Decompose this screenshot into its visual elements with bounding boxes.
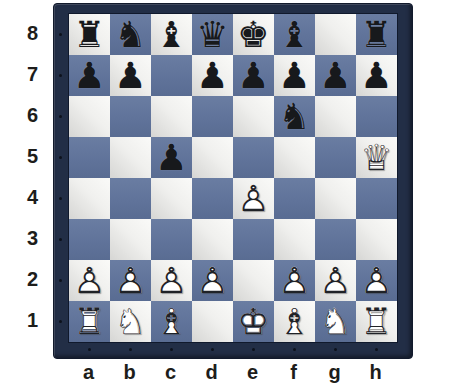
rank-label-6: 6: [0, 95, 44, 136]
square-g7[interactable]: ♟: [315, 55, 356, 96]
square-f5[interactable]: [274, 137, 315, 178]
square-c8[interactable]: ♝: [151, 14, 192, 55]
square-d8[interactable]: ♛: [192, 14, 233, 55]
frame-dot: [252, 348, 255, 351]
square-g1[interactable]: ♞♘: [315, 301, 356, 342]
square-c4[interactable]: [151, 178, 192, 219]
black-bishop-c8: ♝: [151, 14, 192, 55]
square-f6[interactable]: ♞: [274, 96, 315, 137]
square-h8[interactable]: ♜: [356, 14, 397, 55]
black-knight-b8: ♞: [110, 14, 151, 55]
black-rook-a8: ♜: [69, 14, 110, 55]
square-b5[interactable]: [110, 137, 151, 178]
white-pawn-e4: ♟♙: [233, 178, 274, 219]
black-pawn-g7: ♟: [315, 55, 356, 96]
black-queen-d8: ♛: [192, 14, 233, 55]
white-bishop-f1: ♝♗: [274, 301, 315, 342]
rank-label-2: 2: [0, 259, 44, 300]
square-a8[interactable]: ♜: [69, 14, 110, 55]
square-b7[interactable]: ♟: [110, 55, 151, 96]
black-rook-h8: ♜: [356, 14, 397, 55]
white-pawn-b2: ♟♙: [110, 260, 151, 301]
frame-dot: [59, 115, 62, 118]
chess-diagram: 87654321 ♜♞♝♛♚♝♜♟♟♟♟♟♟♟♞♟♛♕♟♙♟♙♟♙♟♙♟♙♟♙♟…: [0, 0, 460, 390]
rank-label-7: 7: [0, 54, 44, 95]
rank-label-8: 8: [0, 13, 44, 54]
square-g4[interactable]: [315, 178, 356, 219]
square-e7[interactable]: ♟: [233, 55, 274, 96]
black-pawn-h7: ♟: [356, 55, 397, 96]
square-e3[interactable]: [233, 219, 274, 260]
file-label-h: h: [355, 357, 396, 387]
chess-board: ♜♞♝♛♚♝♜♟♟♟♟♟♟♟♞♟♛♕♟♙♟♙♟♙♟♙♟♙♟♙♟♙♟♙♜♖♞♘♝♗…: [68, 13, 398, 343]
square-f2[interactable]: ♟♙: [274, 260, 315, 301]
square-d2[interactable]: ♟♙: [192, 260, 233, 301]
square-c7[interactable]: [151, 55, 192, 96]
square-d6[interactable]: [192, 96, 233, 137]
file-labels: abcdefgh: [68, 357, 396, 387]
black-bishop-f8: ♝: [274, 14, 315, 55]
white-rook-h1: ♜♖: [356, 301, 397, 342]
square-a5[interactable]: [69, 137, 110, 178]
square-c5[interactable]: ♟: [151, 137, 192, 178]
square-f8[interactable]: ♝: [274, 14, 315, 55]
square-a7[interactable]: ♟: [69, 55, 110, 96]
black-pawn-f7: ♟: [274, 55, 315, 96]
board-frame: ♜♞♝♛♚♝♜♟♟♟♟♟♟♟♞♟♛♕♟♙♟♙♟♙♟♙♟♙♟♙♟♙♟♙♜♖♞♘♝♗…: [53, 3, 413, 359]
square-a6[interactable]: [69, 96, 110, 137]
white-knight-b1: ♞♘: [110, 301, 151, 342]
frame-dot: [375, 348, 378, 351]
square-e8[interactable]: ♚: [233, 14, 274, 55]
square-a1[interactable]: ♜♖: [69, 301, 110, 342]
frame-dot: [59, 320, 62, 323]
white-bishop-c1: ♝♗: [151, 301, 192, 342]
file-label-d: d: [191, 357, 232, 387]
square-d5[interactable]: [192, 137, 233, 178]
square-d7[interactable]: ♟: [192, 55, 233, 96]
rank-label-5: 5: [0, 136, 44, 177]
file-label-b: b: [109, 357, 150, 387]
square-a2[interactable]: ♟♙: [69, 260, 110, 301]
white-pawn-a2: ♟♙: [69, 260, 110, 301]
square-b2[interactable]: ♟♙: [110, 260, 151, 301]
black-pawn-e7: ♟: [233, 55, 274, 96]
file-label-a: a: [68, 357, 109, 387]
square-c2[interactable]: ♟♙: [151, 260, 192, 301]
square-a3[interactable]: [69, 219, 110, 260]
square-h5[interactable]: ♛♕: [356, 137, 397, 178]
square-e6[interactable]: [233, 96, 274, 137]
square-f1[interactable]: ♝♗: [274, 301, 315, 342]
frame-dot: [59, 238, 62, 241]
square-g8[interactable]: [315, 14, 356, 55]
square-e2[interactable]: [233, 260, 274, 301]
white-pawn-f2: ♟♙: [274, 260, 315, 301]
square-e4[interactable]: ♟♙: [233, 178, 274, 219]
frame-dot: [293, 348, 296, 351]
black-king-e8: ♚: [233, 14, 274, 55]
white-rook-a1: ♜♖: [69, 301, 110, 342]
square-c6[interactable]: [151, 96, 192, 137]
square-b1[interactable]: ♞♘: [110, 301, 151, 342]
white-king-e1: ♚♔: [233, 301, 274, 342]
square-f7[interactable]: ♟: [274, 55, 315, 96]
square-e5[interactable]: [233, 137, 274, 178]
square-h7[interactable]: ♟: [356, 55, 397, 96]
white-pawn-h2: ♟♙: [356, 260, 397, 301]
black-pawn-d7: ♟: [192, 55, 233, 96]
rank-label-3: 3: [0, 218, 44, 259]
square-d3[interactable]: [192, 219, 233, 260]
square-b6[interactable]: [110, 96, 151, 137]
square-b8[interactable]: ♞: [110, 14, 151, 55]
square-a4[interactable]: [69, 178, 110, 219]
square-b4[interactable]: [110, 178, 151, 219]
rank-label-4: 4: [0, 177, 44, 218]
frame-dot: [88, 348, 91, 351]
square-h6[interactable]: [356, 96, 397, 137]
square-g2[interactable]: ♟♙: [315, 260, 356, 301]
white-pawn-g2: ♟♙: [315, 260, 356, 301]
rank-labels: 87654321: [0, 13, 44, 341]
frame-dot: [211, 348, 214, 351]
frame-dot: [59, 74, 62, 77]
frame-dot: [59, 197, 62, 200]
black-pawn-a7: ♟: [69, 55, 110, 96]
square-f4[interactable]: [274, 178, 315, 219]
square-h4[interactable]: [356, 178, 397, 219]
square-c1[interactable]: ♝♗: [151, 301, 192, 342]
frame-dot: [170, 348, 173, 351]
square-g3[interactable]: [315, 219, 356, 260]
frame-dot: [59, 156, 62, 159]
square-e1[interactable]: ♚♔: [233, 301, 274, 342]
white-pawn-d2: ♟♙: [192, 260, 233, 301]
square-f3[interactable]: [274, 219, 315, 260]
frame-dot: [59, 33, 62, 36]
square-d1[interactable]: [192, 301, 233, 342]
square-g6[interactable]: [315, 96, 356, 137]
frame-dot: [129, 348, 132, 351]
black-knight-f6: ♞: [274, 96, 315, 137]
square-h2[interactable]: ♟♙: [356, 260, 397, 301]
square-d4[interactable]: [192, 178, 233, 219]
white-queen-h5: ♛♕: [356, 137, 397, 178]
file-label-e: e: [232, 357, 273, 387]
square-h1[interactable]: ♜♖: [356, 301, 397, 342]
square-g5[interactable]: [315, 137, 356, 178]
white-pawn-c2: ♟♙: [151, 260, 192, 301]
file-label-g: g: [314, 357, 355, 387]
black-pawn-b7: ♟: [110, 55, 151, 96]
rank-label-1: 1: [0, 300, 44, 341]
frame-dot: [334, 348, 337, 351]
black-pawn-c5: ♟: [151, 137, 192, 178]
file-label-f: f: [273, 357, 314, 387]
file-label-c: c: [150, 357, 191, 387]
frame-dot: [59, 279, 62, 282]
white-knight-g1: ♞♘: [315, 301, 356, 342]
square-b3[interactable]: [110, 219, 151, 260]
square-h3[interactable]: [356, 219, 397, 260]
square-c3[interactable]: [151, 219, 192, 260]
